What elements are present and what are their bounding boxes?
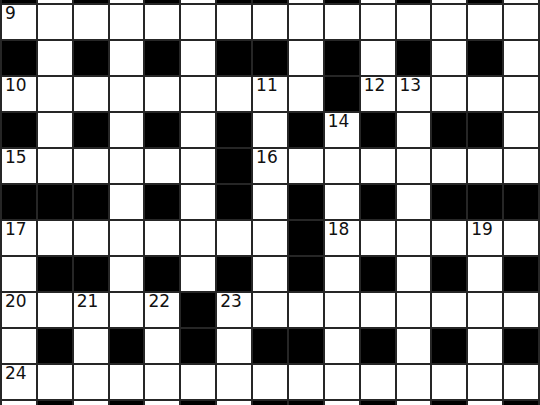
white-cell-r9c7[interactable] (253, 293, 287, 327)
black-cell-r0c11 (397, 0, 431, 3)
clue-number-9: 9 (5, 5, 16, 23)
white-cell-r5c8[interactable] (289, 149, 323, 183)
black-cell-r0c9 (325, 0, 359, 3)
black-cell-r12c7 (253, 401, 287, 405)
white-cell-r7c5[interactable] (181, 221, 215, 255)
white-cell-r12c4[interactable] (145, 401, 179, 405)
white-cell-r1c4[interactable] (145, 5, 179, 39)
white-cell-r3c7[interactable]: 11 (253, 77, 287, 111)
clue-number-14: 14 (328, 113, 350, 131)
black-cell-r5c6 (217, 149, 251, 183)
black-cell-r9c5 (181, 293, 215, 327)
black-cell-r8c8 (289, 257, 323, 291)
white-cell-r7c12[interactable] (432, 221, 466, 255)
clue-number-18: 18 (328, 221, 350, 239)
white-cell-r7c9[interactable]: 18 (325, 221, 359, 255)
white-cell-r8c13[interactable] (468, 257, 502, 291)
black-cell-r12c8 (289, 401, 323, 405)
white-cell-r5c9[interactable] (325, 149, 359, 183)
white-cell-r1c14[interactable] (504, 5, 538, 39)
clue-number-21: 21 (77, 293, 99, 311)
black-cell-r4c6 (217, 113, 251, 147)
white-cell-r11c13[interactable] (468, 365, 502, 399)
white-cell-r1c12[interactable] (432, 5, 466, 39)
white-cell-r6c3[interactable] (110, 185, 144, 219)
white-cell-r5c12[interactable] (432, 149, 466, 183)
white-cell-r9c10[interactable] (361, 293, 395, 327)
white-cell-r8c7[interactable] (253, 257, 287, 291)
white-cell-r9c8[interactable] (289, 293, 323, 327)
black-cell-r0c0 (2, 0, 36, 3)
white-cell-r8c9[interactable] (325, 257, 359, 291)
white-cell-r1c9[interactable] (325, 5, 359, 39)
black-cell-r8c14 (504, 257, 538, 291)
white-cell-r4c11[interactable] (397, 113, 431, 147)
white-cell-r7c6[interactable] (217, 221, 251, 255)
white-cell-r11c8[interactable] (289, 365, 323, 399)
white-cell-r5c4[interactable] (145, 149, 179, 183)
black-cell-r12c1 (38, 401, 72, 405)
black-cell-r4c2 (74, 113, 108, 147)
white-cell-r7c13[interactable]: 19 (468, 221, 502, 255)
white-cell-r9c13[interactable] (468, 293, 502, 327)
white-cell-r8c3[interactable] (110, 257, 144, 291)
white-cell-r9c11[interactable] (397, 293, 431, 327)
white-cell-r0c5[interactable] (181, 0, 215, 3)
white-cell-r0c3[interactable] (110, 0, 144, 3)
black-cell-r12c5 (181, 401, 215, 405)
white-cell-r5c7[interactable]: 16 (253, 149, 287, 183)
clue-number-20: 20 (5, 293, 27, 311)
white-cell-r4c9[interactable]: 14 (325, 113, 359, 147)
black-cell-r6c8 (289, 185, 323, 219)
white-cell-r11c2[interactable] (74, 365, 108, 399)
black-cell-r2c13 (468, 41, 502, 75)
white-cell-r3c12[interactable] (432, 77, 466, 111)
white-cell-r1c0[interactable]: 9 (2, 5, 36, 39)
white-cell-r9c14[interactable] (504, 293, 538, 327)
white-cell-r5c13[interactable] (468, 149, 502, 183)
white-cell-r3c2[interactable] (74, 77, 108, 111)
clue-number-10: 10 (5, 77, 27, 95)
white-cell-r5c1[interactable] (38, 149, 72, 183)
white-cell-r11c4[interactable] (145, 365, 179, 399)
white-cell-r3c3[interactable] (110, 77, 144, 111)
white-cell-r6c9[interactable] (325, 185, 359, 219)
white-cell-r4c3[interactable] (110, 113, 144, 147)
black-cell-r8c12 (432, 257, 466, 291)
black-cell-r6c13 (468, 185, 502, 219)
white-cell-r12c13[interactable] (468, 401, 502, 405)
white-cell-r1c13[interactable] (468, 5, 502, 39)
white-cell-r11c1[interactable] (38, 365, 72, 399)
white-cell-r7c10[interactable] (361, 221, 395, 255)
white-cell-r1c1[interactable] (38, 5, 72, 39)
clue-number-17: 17 (5, 221, 27, 239)
white-cell-r10c2[interactable] (74, 329, 108, 363)
black-cell-r2c9 (325, 41, 359, 75)
white-cell-r12c0[interactable] (2, 401, 36, 405)
clue-number-13: 13 (400, 77, 422, 95)
white-cell-r1c5[interactable] (181, 5, 215, 39)
white-cell-r12c2[interactable] (74, 401, 108, 405)
clue-number-11: 11 (256, 77, 278, 95)
white-cell-r3c5[interactable] (181, 77, 215, 111)
white-cell-r1c3[interactable] (110, 5, 144, 39)
black-cell-r10c8 (289, 329, 323, 363)
black-cell-r6c1 (38, 185, 72, 219)
white-cell-r1c11[interactable] (397, 5, 431, 39)
black-cell-r0c2 (74, 0, 108, 3)
white-cell-r11c9[interactable] (325, 365, 359, 399)
crossword-grid: 9101112131415161718192021222324 (0, 0, 540, 405)
black-cell-r8c2 (74, 257, 108, 291)
white-cell-r7c7[interactable] (253, 221, 287, 255)
black-cell-r2c11 (397, 41, 431, 75)
black-cell-r8c6 (217, 257, 251, 291)
white-cell-r2c10[interactable] (361, 41, 395, 75)
clue-number-12: 12 (364, 77, 386, 95)
black-cell-r4c13 (468, 113, 502, 147)
black-cell-r10c7 (253, 329, 287, 363)
white-cell-r2c3[interactable] (110, 41, 144, 75)
white-cell-r11c5[interactable] (181, 365, 215, 399)
black-cell-r6c0 (2, 185, 36, 219)
black-cell-r2c6 (217, 41, 251, 75)
white-cell-r1c8[interactable] (289, 5, 323, 39)
white-cell-r7c3[interactable] (110, 221, 144, 255)
white-cell-r7c14[interactable] (504, 221, 538, 255)
white-cell-r0c10[interactable] (361, 0, 395, 3)
white-cell-r3c13[interactable] (468, 77, 502, 111)
white-cell-r0c12[interactable] (432, 0, 466, 3)
black-cell-r12c3 (110, 401, 144, 405)
white-cell-r11c14[interactable] (504, 365, 538, 399)
black-cell-r10c14 (504, 329, 538, 363)
white-cell-r1c7[interactable] (253, 5, 287, 39)
white-cell-r9c4[interactable]: 22 (145, 293, 179, 327)
white-cell-r5c11[interactable] (397, 149, 431, 183)
white-cell-r4c7[interactable] (253, 113, 287, 147)
white-cell-r3c1[interactable] (38, 77, 72, 111)
white-cell-r1c2[interactable] (74, 5, 108, 39)
black-cell-r6c6 (217, 185, 251, 219)
white-cell-r0c14[interactable] (504, 0, 538, 3)
black-cell-r2c7 (253, 41, 287, 75)
white-cell-r9c6[interactable]: 23 (217, 293, 251, 327)
white-cell-r10c6[interactable] (217, 329, 251, 363)
black-cell-r2c4 (145, 41, 179, 75)
white-cell-r5c2[interactable] (74, 149, 108, 183)
black-cell-r10c3 (110, 329, 144, 363)
black-cell-r12c10 (361, 401, 395, 405)
white-cell-r6c11[interactable] (397, 185, 431, 219)
black-cell-r8c10 (361, 257, 395, 291)
white-cell-r3c4[interactable] (145, 77, 179, 111)
clue-number-23: 23 (220, 293, 242, 311)
white-cell-r10c0[interactable] (2, 329, 36, 363)
black-cell-r0c7 (253, 0, 287, 3)
white-cell-r0c8[interactable] (289, 0, 323, 3)
white-cell-r12c9[interactable] (325, 401, 359, 405)
black-cell-r3c9 (325, 77, 359, 111)
white-cell-r3c0[interactable]: 10 (2, 77, 36, 111)
white-cell-r9c2[interactable]: 21 (74, 293, 108, 327)
white-cell-r7c1[interactable] (38, 221, 72, 255)
white-cell-r12c11[interactable] (397, 401, 431, 405)
white-cell-r7c11[interactable] (397, 221, 431, 255)
white-cell-r11c3[interactable] (110, 365, 144, 399)
white-cell-r2c14[interactable] (504, 41, 538, 75)
white-cell-r11c7[interactable] (253, 365, 287, 399)
white-cell-r5c14[interactable] (504, 149, 538, 183)
black-cell-r8c4 (145, 257, 179, 291)
black-cell-r6c4 (145, 185, 179, 219)
white-cell-r2c12[interactable] (432, 41, 466, 75)
white-cell-r2c1[interactable] (38, 41, 72, 75)
black-cell-r10c10 (361, 329, 395, 363)
white-cell-r8c0[interactable] (2, 257, 36, 291)
white-cell-r9c1[interactable] (38, 293, 72, 327)
white-cell-r10c11[interactable] (397, 329, 431, 363)
white-cell-r3c10[interactable]: 12 (361, 77, 395, 111)
white-cell-r9c9[interactable] (325, 293, 359, 327)
black-cell-r7c8 (289, 221, 323, 255)
white-cell-r10c13[interactable] (468, 329, 502, 363)
white-cell-r3c14[interactable] (504, 77, 538, 111)
white-cell-r1c6[interactable] (217, 5, 251, 39)
white-cell-r11c10[interactable] (361, 365, 395, 399)
white-cell-r11c12[interactable] (432, 365, 466, 399)
white-cell-r11c6[interactable] (217, 365, 251, 399)
white-cell-r3c8[interactable] (289, 77, 323, 111)
black-cell-r0c4 (145, 0, 179, 3)
white-cell-r5c5[interactable] (181, 149, 215, 183)
black-cell-r6c14 (504, 185, 538, 219)
white-cell-r7c0[interactable]: 17 (2, 221, 36, 255)
white-cell-r12c6[interactable] (217, 401, 251, 405)
clue-number-19: 19 (471, 221, 493, 239)
black-cell-r8c1 (38, 257, 72, 291)
black-cell-r4c4 (145, 113, 179, 147)
white-cell-r4c5[interactable] (181, 113, 215, 147)
black-cell-r4c12 (432, 113, 466, 147)
white-cell-r5c10[interactable] (361, 149, 395, 183)
black-cell-r10c1 (38, 329, 72, 363)
white-cell-r4c1[interactable] (38, 113, 72, 147)
black-cell-r10c5 (181, 329, 215, 363)
white-cell-r0c1[interactable] (38, 0, 72, 3)
white-cell-r6c5[interactable] (181, 185, 215, 219)
black-cell-r6c12 (432, 185, 466, 219)
crossword-board: 9101112131415161718192021222324 (0, 0, 540, 405)
black-cell-r6c2 (74, 185, 108, 219)
white-cell-r8c5[interactable] (181, 257, 215, 291)
black-cell-r6c10 (361, 185, 395, 219)
black-cell-r2c2 (74, 41, 108, 75)
white-cell-r9c3[interactable] (110, 293, 144, 327)
white-cell-r10c4[interactable] (145, 329, 179, 363)
white-cell-r8c11[interactable] (397, 257, 431, 291)
clue-number-15: 15 (5, 149, 27, 167)
white-cell-r3c6[interactable] (217, 77, 251, 111)
clue-number-24: 24 (5, 365, 27, 383)
white-cell-r3c11[interactable]: 13 (397, 77, 431, 111)
white-cell-r9c0[interactable]: 20 (2, 293, 36, 327)
black-cell-r10c12 (432, 329, 466, 363)
white-cell-r9c12[interactable] (432, 293, 466, 327)
white-cell-r2c8[interactable] (289, 41, 323, 75)
white-cell-r5c0[interactable]: 15 (2, 149, 36, 183)
black-cell-r0c13 (468, 0, 502, 3)
white-cell-r11c11[interactable] (397, 365, 431, 399)
black-cell-r4c10 (361, 113, 395, 147)
black-cell-r12c14 (504, 401, 538, 405)
black-cell-r4c8 (289, 113, 323, 147)
white-cell-r4c14[interactable] (504, 113, 538, 147)
white-cell-r11c0[interactable]: 24 (2, 365, 36, 399)
white-cell-r5c3[interactable] (110, 149, 144, 183)
white-cell-r6c7[interactable] (253, 185, 287, 219)
black-cell-r0c6 (217, 0, 251, 3)
white-cell-r1c10[interactable] (361, 5, 395, 39)
black-cell-r4c0 (2, 113, 36, 147)
white-cell-r7c4[interactable] (145, 221, 179, 255)
white-cell-r10c9[interactable] (325, 329, 359, 363)
white-cell-r7c2[interactable] (74, 221, 108, 255)
black-cell-r2c0 (2, 41, 36, 75)
clue-number-22: 22 (148, 293, 170, 311)
black-cell-r12c12 (432, 401, 466, 405)
clue-number-16: 16 (256, 149, 278, 167)
white-cell-r2c5[interactable] (181, 41, 215, 75)
